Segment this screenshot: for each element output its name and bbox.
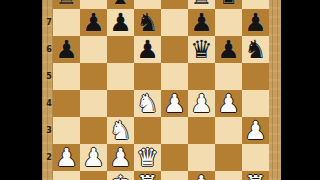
piece-black-rook-a8[interactable]: ♜ <box>55 0 77 9</box>
square-c6[interactable] <box>107 36 134 63</box>
piece-white-pawn-e4[interactable]: ♟ <box>163 90 185 117</box>
square-d7[interactable]: ♞ <box>134 9 161 36</box>
square-c7[interactable]: ♟ <box>107 9 134 36</box>
square-d2[interactable]: ♛ <box>134 144 161 171</box>
piece-white-pawn-a2[interactable]: ♟ <box>55 144 77 171</box>
square-c1[interactable]: ♚ <box>107 171 134 180</box>
square-f5[interactable] <box>188 63 215 90</box>
piece-white-pawn-c2[interactable]: ♟ <box>109 144 131 171</box>
square-h6[interactable]: ♞ <box>242 36 269 63</box>
square-a2[interactable]: ♟ <box>53 144 80 171</box>
piece-black-pawn-f7[interactable]: ♟ <box>190 9 212 36</box>
piece-white-knight-c3[interactable]: ♞ <box>109 117 131 144</box>
piece-black-king-g8[interactable]: ♚ <box>217 0 239 9</box>
square-b4[interactable] <box>80 90 107 117</box>
square-e4[interactable]: ♟ <box>161 90 188 117</box>
piece-white-rook-d1[interactable]: ♜ <box>136 171 158 180</box>
piece-black-pawn-h7[interactable]: ♟ <box>244 9 266 36</box>
square-e3[interactable] <box>161 117 188 144</box>
piece-black-pawn-a6[interactable]: ♟ <box>55 36 77 63</box>
square-f1[interactable]: ♝ <box>188 171 215 180</box>
square-h3[interactable]: ♟ <box>242 117 269 144</box>
square-f6[interactable]: ♛ <box>188 36 215 63</box>
piece-black-pawn-b7[interactable]: ♟ <box>82 9 104 36</box>
square-b1[interactable] <box>80 171 107 180</box>
piece-white-knight-d4[interactable]: ♞ <box>136 90 158 117</box>
square-e1[interactable] <box>161 171 188 180</box>
square-g5[interactable] <box>215 63 242 90</box>
square-c3[interactable]: ♞ <box>107 117 134 144</box>
rank-label-6: 6 <box>45 46 53 54</box>
square-c4[interactable] <box>107 90 134 117</box>
square-g8[interactable]: ♚ <box>215 0 242 9</box>
square-d5[interactable] <box>134 63 161 90</box>
piece-white-pawn-h3[interactable]: ♟ <box>244 117 266 144</box>
square-b7[interactable]: ♟ <box>80 9 107 36</box>
piece-black-pawn-d6[interactable]: ♟ <box>136 36 158 63</box>
chess-diagram: ♜♝♜♚♟♟♞♟♟♟♟♛♟♞♞♟♟♟♞♟♟♟♟♛♚♜♝♜ 765432 <box>0 0 320 180</box>
rank-label-2: 2 <box>45 154 53 162</box>
square-e5[interactable] <box>161 63 188 90</box>
square-b5[interactable] <box>80 63 107 90</box>
square-e7[interactable] <box>161 9 188 36</box>
piece-black-knight-h6[interactable]: ♞ <box>244 36 266 63</box>
square-d3[interactable] <box>134 117 161 144</box>
letterbox-right <box>281 0 320 180</box>
board-frame: ♜♝♜♚♟♟♞♟♟♟♟♛♟♞♞♟♟♟♞♟♟♟♟♛♚♜♝♜ 765432 <box>42 0 281 180</box>
square-f2[interactable] <box>188 144 215 171</box>
square-e6[interactable] <box>161 36 188 63</box>
letterbox-left <box>0 0 42 180</box>
square-a7[interactable] <box>53 9 80 36</box>
square-d6[interactable]: ♟ <box>134 36 161 63</box>
square-e2[interactable] <box>161 144 188 171</box>
square-f3[interactable] <box>188 117 215 144</box>
square-g7[interactable] <box>215 9 242 36</box>
square-g2[interactable] <box>215 144 242 171</box>
piece-black-pawn-g6[interactable]: ♟ <box>217 36 239 63</box>
square-g6[interactable]: ♟ <box>215 36 242 63</box>
square-h7[interactable]: ♟ <box>242 9 269 36</box>
piece-black-knight-d7[interactable]: ♞ <box>136 9 158 36</box>
rank-label-5: 5 <box>45 73 53 81</box>
square-e8[interactable] <box>161 0 188 9</box>
piece-white-queen-d2[interactable]: ♛ <box>136 144 158 171</box>
square-a8[interactable]: ♜ <box>53 0 80 9</box>
square-h5[interactable] <box>242 63 269 90</box>
square-h2[interactable] <box>242 144 269 171</box>
piece-black-pawn-c7[interactable]: ♟ <box>109 9 131 36</box>
piece-white-pawn-b2[interactable]: ♟ <box>82 144 104 171</box>
rank-label-7: 7 <box>45 19 53 27</box>
square-a6[interactable]: ♟ <box>53 36 80 63</box>
piece-white-pawn-g4[interactable]: ♟ <box>217 90 239 117</box>
square-a4[interactable] <box>53 90 80 117</box>
square-h4[interactable] <box>242 90 269 117</box>
square-a1[interactable] <box>53 171 80 180</box>
square-g4[interactable]: ♟ <box>215 90 242 117</box>
square-f4[interactable]: ♟ <box>188 90 215 117</box>
square-a5[interactable] <box>53 63 80 90</box>
rank-label-4: 4 <box>45 100 53 108</box>
piece-white-pawn-f4[interactable]: ♟ <box>190 90 212 117</box>
piece-white-bishop-f1[interactable]: ♝ <box>190 171 212 180</box>
rank-label-3: 3 <box>45 127 53 135</box>
square-c2[interactable]: ♟ <box>107 144 134 171</box>
square-c5[interactable] <box>107 63 134 90</box>
square-g3[interactable] <box>215 117 242 144</box>
square-b2[interactable]: ♟ <box>80 144 107 171</box>
square-h1[interactable]: ♜ <box>242 171 269 180</box>
square-g1[interactable] <box>215 171 242 180</box>
chessboard[interactable]: ♜♝♜♚♟♟♞♟♟♟♟♛♟♞♞♟♟♟♞♟♟♟♟♛♚♜♝♜ <box>53 0 269 180</box>
square-f7[interactable]: ♟ <box>188 9 215 36</box>
square-b3[interactable] <box>80 117 107 144</box>
piece-white-king-c1[interactable]: ♚ <box>109 171 131 180</box>
piece-white-rook-h1[interactable]: ♜ <box>244 171 266 180</box>
piece-black-queen-f6[interactable]: ♛ <box>190 36 212 63</box>
square-d1[interactable]: ♜ <box>134 171 161 180</box>
square-b6[interactable] <box>80 36 107 63</box>
square-d4[interactable]: ♞ <box>134 90 161 117</box>
square-a3[interactable] <box>53 117 80 144</box>
